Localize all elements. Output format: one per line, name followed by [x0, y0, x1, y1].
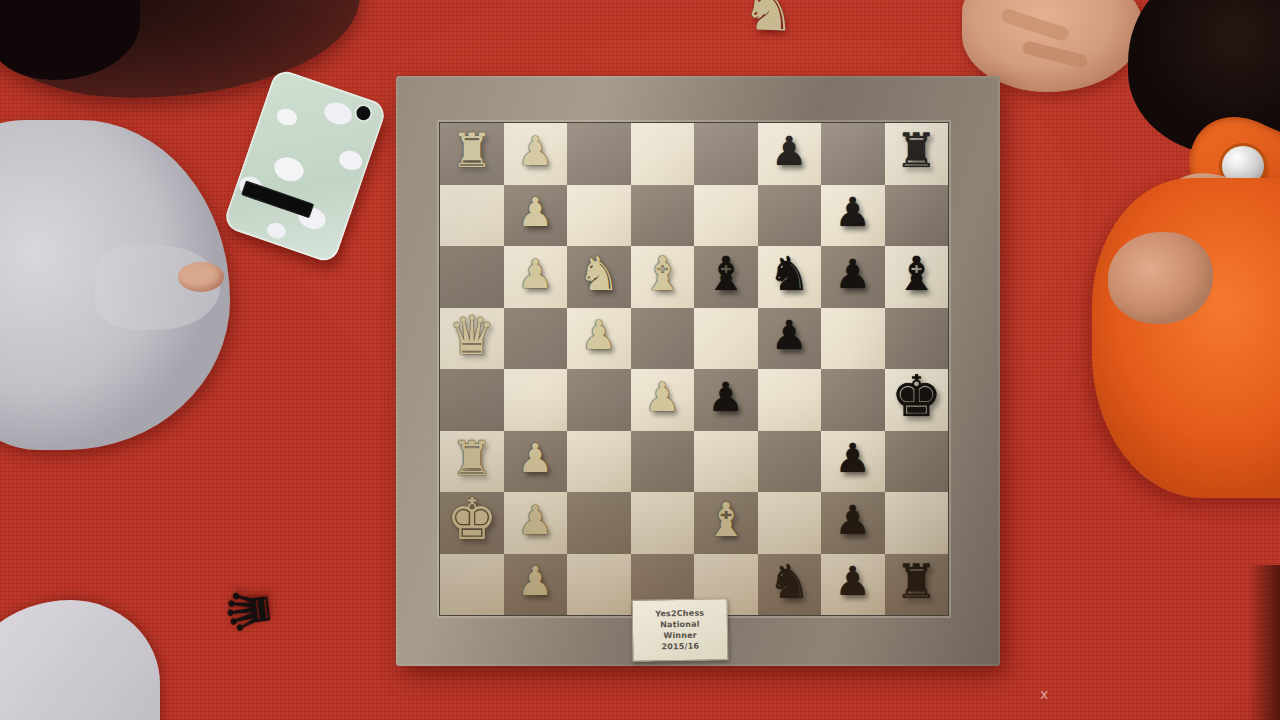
phone-camera-lens [354, 104, 372, 122]
square-g4[interactable] [631, 492, 695, 554]
black-pawn-c7[interactable]: ♟ [835, 254, 871, 294]
square-d5[interactable] [694, 308, 758, 370]
square-a2[interactable]: ♟ [504, 123, 568, 185]
square-h3[interactable] [567, 554, 631, 616]
square-e8[interactable]: ♚ [885, 369, 949, 431]
square-g2[interactable]: ♟ [504, 492, 568, 554]
square-b7[interactable]: ♟ [821, 185, 885, 247]
black-pawn-f7[interactable]: ♟ [835, 438, 871, 478]
square-c7[interactable]: ♟ [821, 246, 885, 308]
black-king-e8[interactable]: ♚ [891, 368, 942, 425]
plaque-line-1: Yes2Chess [655, 608, 704, 619]
square-g7[interactable]: ♟ [821, 492, 885, 554]
square-c5[interactable]: ♝ [694, 246, 758, 308]
board-playing-area: ♜♟♟♜♟♟♟♞♝♝♞♟♝♛♟♟♟♟♚♜♟♟♚♟♝♟♟♞♟♜ [440, 123, 948, 615]
black-bishop-c5[interactable]: ♝ [705, 250, 747, 297]
white-pawn-e4[interactable]: ♟ [644, 377, 680, 417]
black-pawn-a6[interactable]: ♟ [771, 131, 807, 171]
square-a3[interactable] [567, 123, 631, 185]
white-rook-a1[interactable]: ♜ [451, 127, 493, 174]
square-d2[interactable] [504, 308, 568, 370]
white-pawn-h2[interactable]: ♟ [517, 561, 553, 601]
square-g6[interactable] [758, 492, 822, 554]
square-e7[interactable] [821, 369, 885, 431]
square-f3[interactable] [567, 431, 631, 493]
black-knight-h6[interactable]: ♞ [768, 558, 810, 605]
captured-white-knight: ♞ [741, 0, 797, 45]
square-d8[interactable] [885, 308, 949, 370]
square-f8[interactable] [885, 431, 949, 493]
black-pawn-g7[interactable]: ♟ [835, 500, 871, 540]
white-pawn-f2[interactable]: ♟ [517, 438, 553, 478]
square-g1[interactable]: ♚ [440, 492, 504, 554]
square-b6[interactable] [758, 185, 822, 247]
chess-board: ♜♟♟♜♟♟♟♞♝♝♞♟♝♛♟♟♟♟♚♜♟♟♚♟♝♟♟♞♟♜ Yes2Chess… [396, 76, 1000, 666]
black-pawn-d6[interactable]: ♟ [771, 315, 807, 355]
orange-hoodie-sleeve [1092, 178, 1280, 498]
square-b8[interactable] [885, 185, 949, 247]
square-h2[interactable]: ♟ [504, 554, 568, 616]
square-f1[interactable]: ♜ [440, 431, 504, 493]
square-c4[interactable]: ♝ [631, 246, 695, 308]
white-bishop-c4[interactable]: ♝ [641, 250, 683, 297]
white-pawn-d3[interactable]: ♟ [581, 315, 617, 355]
square-d7[interactable] [821, 308, 885, 370]
phone-label-sticker [241, 181, 314, 219]
captured-black-queen-fallen: ♛ [214, 582, 285, 640]
square-d6[interactable]: ♟ [758, 308, 822, 370]
black-pawn-b7[interactable]: ♟ [835, 192, 871, 232]
table-scene: ♞ ♛ ♜♟♟♜♟♟♟♞♝♝♞♟♝♛♟♟♟♟♚♜♟♟♚♟♝♟♟♞♟♜ Yes2C… [0, 0, 1280, 720]
square-e6[interactable] [758, 369, 822, 431]
video-watermark: x [1040, 686, 1048, 702]
black-rook-a8[interactable]: ♜ [895, 127, 937, 174]
plaque-line-2: National [660, 619, 700, 630]
left-player-hand [178, 262, 224, 292]
white-queen-d1[interactable]: ♛ [448, 309, 496, 362]
board-grid: ♜♟♟♜♟♟♟♞♝♝♞♟♝♛♟♟♟♟♚♜♟♟♚♟♝♟♟♞♟♜ [440, 123, 948, 615]
square-c1[interactable] [440, 246, 504, 308]
black-knight-c6[interactable]: ♞ [768, 250, 810, 297]
square-a8[interactable]: ♜ [885, 123, 949, 185]
white-pawn-g2[interactable]: ♟ [517, 500, 553, 540]
square-e3[interactable] [567, 369, 631, 431]
black-bishop-c8[interactable]: ♝ [895, 250, 937, 297]
square-h1[interactable] [440, 554, 504, 616]
orange-hoodie-hand [1108, 232, 1213, 324]
winner-plaque: Yes2Chess National Winner 2015/16 [631, 598, 728, 662]
square-c6[interactable]: ♞ [758, 246, 822, 308]
square-a7[interactable] [821, 123, 885, 185]
square-a5[interactable] [694, 123, 758, 185]
smartphone-face-down [222, 67, 388, 264]
square-d4[interactable] [631, 308, 695, 370]
square-d3[interactable]: ♟ [567, 308, 631, 370]
white-pawn-a2[interactable]: ♟ [517, 131, 553, 171]
square-a4[interactable] [631, 123, 695, 185]
square-h6[interactable]: ♞ [758, 554, 822, 616]
square-h8[interactable]: ♜ [885, 554, 949, 616]
square-b3[interactable] [567, 185, 631, 247]
square-e5[interactable]: ♟ [694, 369, 758, 431]
square-f5[interactable] [694, 431, 758, 493]
plaque-line-3: Winner [663, 630, 697, 641]
square-c8[interactable]: ♝ [885, 246, 949, 308]
square-g8[interactable] [885, 492, 949, 554]
square-d1[interactable]: ♛ [440, 308, 504, 370]
square-f6[interactable] [758, 431, 822, 493]
square-c3[interactable]: ♞ [567, 246, 631, 308]
square-b4[interactable] [631, 185, 695, 247]
white-sleeve-bottom-left [0, 600, 160, 720]
square-e1[interactable] [440, 369, 504, 431]
square-b1[interactable] [440, 185, 504, 247]
square-b2[interactable]: ♟ [504, 185, 568, 247]
square-e2[interactable] [504, 369, 568, 431]
square-a1[interactable]: ♜ [440, 123, 504, 185]
square-c2[interactable]: ♟ [504, 246, 568, 308]
black-pawn-e5[interactable]: ♟ [708, 377, 744, 417]
square-f2[interactable]: ♟ [504, 431, 568, 493]
square-e4[interactable]: ♟ [631, 369, 695, 431]
square-g3[interactable] [567, 492, 631, 554]
black-pawn-h7[interactable]: ♟ [835, 561, 871, 601]
square-a6[interactable]: ♟ [758, 123, 822, 185]
white-pawn-c2[interactable]: ♟ [517, 254, 553, 294]
square-f7[interactable]: ♟ [821, 431, 885, 493]
white-bishop-g5[interactable]: ♝ [705, 496, 747, 543]
square-g5[interactable]: ♝ [694, 492, 758, 554]
white-king-g1[interactable]: ♚ [446, 491, 497, 548]
black-rook-h8[interactable]: ♜ [895, 558, 937, 605]
edge-shadow [1248, 565, 1280, 720]
plaque-line-4: 2015/16 [661, 641, 699, 652]
square-b5[interactable] [694, 185, 758, 247]
square-h7[interactable]: ♟ [821, 554, 885, 616]
white-rook-f1[interactable]: ♜ [451, 435, 493, 482]
white-pawn-b2[interactable]: ♟ [517, 192, 553, 232]
white-knight-c3[interactable]: ♞ [578, 250, 620, 297]
square-f4[interactable] [631, 431, 695, 493]
